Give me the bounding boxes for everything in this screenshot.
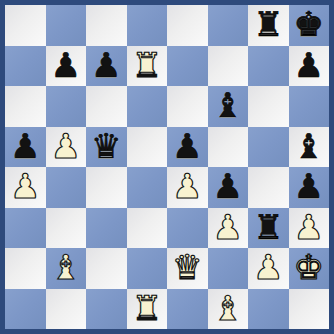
black-pawn[interactable]: ♟ (51, 48, 81, 82)
black-rook[interactable]: ♜ (253, 210, 283, 244)
black-bishop[interactable]: ♝ (213, 88, 243, 122)
square-a8[interactable] (5, 5, 46, 46)
square-g3[interactable]: ♜ (248, 208, 289, 249)
square-g7[interactable] (248, 46, 289, 87)
square-f1[interactable]: ♝ (208, 289, 249, 330)
black-bishop[interactable]: ♝ (294, 129, 324, 163)
black-pawn[interactable]: ♟ (91, 48, 121, 82)
square-e8[interactable] (167, 5, 208, 46)
square-a5[interactable]: ♟ (5, 127, 46, 168)
square-f7[interactable] (208, 46, 249, 87)
square-e7[interactable] (167, 46, 208, 87)
square-f8[interactable] (208, 5, 249, 46)
square-b5[interactable]: ♟ (46, 127, 87, 168)
white-queen[interactable]: ♛ (172, 250, 202, 284)
black-rook[interactable]: ♜ (253, 7, 283, 41)
square-d5[interactable] (127, 127, 168, 168)
square-h5[interactable]: ♝ (289, 127, 330, 168)
square-c6[interactable] (86, 86, 127, 127)
square-g4[interactable] (248, 167, 289, 208)
square-e5[interactable]: ♟ (167, 127, 208, 168)
square-e2[interactable]: ♛ (167, 248, 208, 289)
square-g1[interactable] (248, 289, 289, 330)
square-b4[interactable] (46, 167, 87, 208)
black-pawn[interactable]: ♟ (10, 129, 40, 163)
square-c5[interactable]: ♛ (86, 127, 127, 168)
square-g8[interactable]: ♜ (248, 5, 289, 46)
square-c1[interactable] (86, 289, 127, 330)
square-a3[interactable] (5, 208, 46, 249)
square-a2[interactable] (5, 248, 46, 289)
square-b6[interactable] (46, 86, 87, 127)
square-c2[interactable] (86, 248, 127, 289)
square-b2[interactable]: ♝ (46, 248, 87, 289)
square-c7[interactable]: ♟ (86, 46, 127, 87)
white-rook[interactable]: ♜ (132, 48, 162, 82)
square-d3[interactable] (127, 208, 168, 249)
white-pawn[interactable]: ♟ (294, 210, 324, 244)
square-a6[interactable] (5, 86, 46, 127)
square-h7[interactable]: ♟ (289, 46, 330, 87)
square-h2[interactable]: ♚ (289, 248, 330, 289)
square-b8[interactable] (46, 5, 87, 46)
white-pawn[interactable]: ♟ (172, 169, 202, 203)
square-e6[interactable] (167, 86, 208, 127)
square-d6[interactable] (127, 86, 168, 127)
square-d7[interactable]: ♜ (127, 46, 168, 87)
black-pawn[interactable]: ♟ (213, 169, 243, 203)
square-d8[interactable] (127, 5, 168, 46)
square-c8[interactable] (86, 5, 127, 46)
square-f3[interactable]: ♟ (208, 208, 249, 249)
square-h6[interactable] (289, 86, 330, 127)
white-rook[interactable]: ♜ (132, 291, 162, 325)
square-a7[interactable] (5, 46, 46, 87)
square-h4[interactable]: ♟ (289, 167, 330, 208)
square-h1[interactable] (289, 289, 330, 330)
square-f2[interactable] (208, 248, 249, 289)
square-g6[interactable] (248, 86, 289, 127)
square-a4[interactable]: ♟ (5, 167, 46, 208)
black-king[interactable]: ♚ (294, 7, 324, 41)
white-pawn[interactable]: ♟ (10, 169, 40, 203)
square-b7[interactable]: ♟ (46, 46, 87, 87)
black-pawn[interactable]: ♟ (294, 48, 324, 82)
square-b1[interactable] (46, 289, 87, 330)
square-b3[interactable] (46, 208, 87, 249)
square-h8[interactable]: ♚ (289, 5, 330, 46)
white-bishop[interactable]: ♝ (51, 250, 81, 284)
black-pawn[interactable]: ♟ (294, 169, 324, 203)
square-e1[interactable] (167, 289, 208, 330)
square-c4[interactable] (86, 167, 127, 208)
square-g2[interactable]: ♟ (248, 248, 289, 289)
square-g5[interactable] (248, 127, 289, 168)
white-king[interactable]: ♚ (294, 250, 324, 284)
black-queen[interactable]: ♛ (91, 129, 121, 163)
chess-board: ♜♚♟♟♜♟♝♟♟♛♟♝♟♟♟♟♟♜♟♝♛♟♚♜♝ (5, 5, 329, 329)
square-d4[interactable] (127, 167, 168, 208)
square-d2[interactable] (127, 248, 168, 289)
white-pawn[interactable]: ♟ (51, 129, 81, 163)
white-pawn[interactable]: ♟ (213, 210, 243, 244)
square-c3[interactable] (86, 208, 127, 249)
square-e3[interactable] (167, 208, 208, 249)
square-a1[interactable] (5, 289, 46, 330)
black-pawn[interactable]: ♟ (172, 129, 202, 163)
chess-board-frame: ♜♚♟♟♜♟♝♟♟♛♟♝♟♟♟♟♟♜♟♝♛♟♚♜♝ (0, 0, 334, 334)
square-f4[interactable]: ♟ (208, 167, 249, 208)
white-bishop[interactable]: ♝ (213, 291, 243, 325)
square-f6[interactable]: ♝ (208, 86, 249, 127)
square-f5[interactable] (208, 127, 249, 168)
white-pawn[interactable]: ♟ (253, 250, 283, 284)
square-e4[interactable]: ♟ (167, 167, 208, 208)
square-h3[interactable]: ♟ (289, 208, 330, 249)
square-d1[interactable]: ♜ (127, 289, 168, 330)
